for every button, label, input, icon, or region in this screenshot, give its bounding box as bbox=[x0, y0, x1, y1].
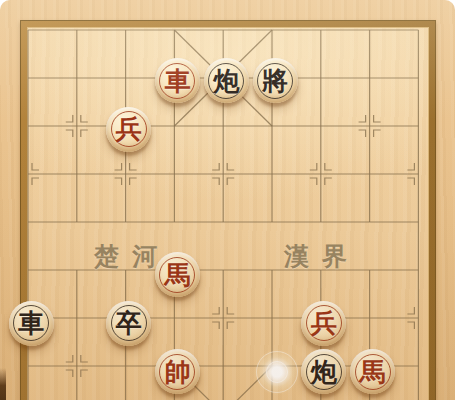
xiangqi-app-screen: 楚河 漢界 車炮將兵馬車卒兵帥炮馬 bbox=[0, 0, 455, 400]
piece-black-cannon[interactable]: 炮 bbox=[204, 58, 249, 103]
piece-red-chariot[interactable]: 車 bbox=[155, 58, 200, 103]
piece-red-general[interactable]: 帥 bbox=[155, 349, 200, 394]
piece-glyph: 炮 bbox=[213, 68, 239, 94]
piece-glyph: 帥 bbox=[164, 359, 190, 385]
piece-red-soldier[interactable]: 兵 bbox=[106, 107, 151, 152]
piece-glyph: 卒 bbox=[116, 310, 142, 336]
piece-black-general[interactable]: 將 bbox=[253, 58, 298, 103]
piece-glyph: 炮 bbox=[311, 359, 337, 385]
pieces-layer: 車炮將兵馬車卒兵帥炮馬 bbox=[0, 0, 455, 400]
piece-black-cannon[interactable]: 炮 bbox=[301, 349, 346, 394]
piece-black-chariot[interactable]: 車 bbox=[9, 301, 54, 346]
piece-glyph: 兵 bbox=[311, 310, 337, 336]
screen-edge-shadow bbox=[0, 368, 6, 400]
piece-red-horse[interactable]: 馬 bbox=[155, 252, 200, 297]
piece-black-soldier[interactable]: 卒 bbox=[106, 301, 151, 346]
piece-glyph: 車 bbox=[18, 310, 44, 336]
piece-glyph: 馬 bbox=[360, 359, 386, 385]
piece-glyph: 將 bbox=[262, 68, 288, 94]
piece-glyph: 兵 bbox=[116, 116, 142, 142]
piece-glyph: 車 bbox=[164, 68, 190, 94]
piece-red-horse[interactable]: 馬 bbox=[350, 349, 395, 394]
piece-red-soldier[interactable]: 兵 bbox=[301, 301, 346, 346]
piece-glyph: 馬 bbox=[164, 262, 190, 288]
